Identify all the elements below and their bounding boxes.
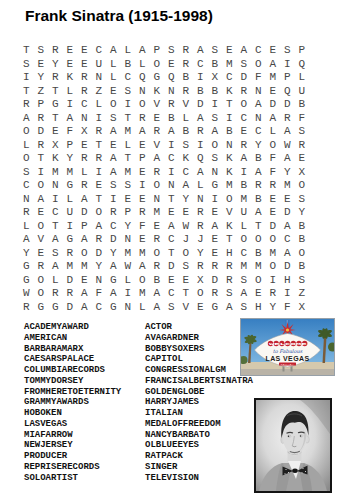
grid-cell: I — [237, 166, 252, 180]
grid-cell: E — [164, 206, 179, 220]
grid-cell: A — [193, 112, 208, 126]
grid-cell: V — [150, 139, 165, 153]
grid-cell: P — [63, 139, 78, 153]
grid-cell: I — [34, 166, 49, 180]
grid-cell: T — [92, 139, 107, 153]
grid-cell: R — [280, 112, 295, 126]
grid-cell: R — [34, 260, 49, 274]
grid-cell: T — [48, 85, 63, 99]
grid-cell: F — [63, 125, 78, 139]
grid-cell: A — [208, 125, 223, 139]
word-list-item: BOBBYSOXERS — [145, 344, 253, 355]
grid-cell: C — [251, 44, 266, 58]
grid-cell: C — [193, 58, 208, 72]
grid-cell: L — [48, 274, 63, 288]
grid-cell: Y — [251, 139, 266, 153]
grid-cell: D — [164, 260, 179, 274]
grid-cell: L — [295, 71, 310, 85]
grid-cell: C — [237, 247, 252, 261]
grid-cell: A — [106, 287, 121, 301]
grid-cell: O — [251, 274, 266, 288]
grid-cell: L — [19, 220, 34, 234]
grid-cell: M — [266, 247, 281, 261]
grid-cell: T — [164, 247, 179, 261]
grid-cell: E — [92, 179, 107, 193]
grid-cell: V — [34, 233, 49, 247]
grid-cell: G — [208, 301, 223, 315]
grid-cell: B — [222, 125, 237, 139]
grid-cell: O — [92, 206, 107, 220]
grid-cell: C — [222, 71, 237, 85]
grid-cell: Q — [280, 85, 295, 99]
word-list-item: NEWJERSEY — [24, 440, 121, 451]
grid-cell: R — [77, 71, 92, 85]
grid-cell: A — [34, 193, 49, 207]
grid-cell: D — [77, 206, 92, 220]
grid-cell: Y — [193, 247, 208, 261]
grid-cell: N — [121, 301, 136, 315]
grid-cell: F — [280, 301, 295, 315]
grid-cell: B — [251, 247, 266, 261]
grid-cell: E — [164, 274, 179, 288]
grid-cell: A — [193, 44, 208, 58]
grid-cell: S — [222, 287, 237, 301]
grid-cell: Y — [266, 301, 281, 315]
grid-cell: O — [222, 193, 237, 207]
grid-cell: G — [208, 179, 223, 193]
word-list-item: FROMHERETOETERNITY — [24, 387, 121, 398]
grid-cell: A — [77, 287, 92, 301]
grid-cell: F — [266, 166, 281, 180]
grid-cell: L — [179, 112, 194, 126]
grid-cell: N — [135, 85, 150, 99]
grid-cell: C — [121, 71, 136, 85]
grid-cell: R — [266, 179, 281, 193]
grid-cell: R — [77, 152, 92, 166]
grid-cell: O — [208, 139, 223, 153]
grid-cell: B — [208, 85, 223, 99]
grid-cell: E — [266, 44, 281, 58]
word-list-item: TOMMYDORSEY — [24, 376, 121, 387]
grid-cell: S — [106, 112, 121, 126]
grid-cell: R — [266, 287, 281, 301]
grid-cell: S — [295, 193, 310, 207]
grid-cell: K — [222, 220, 237, 234]
grid-cell: R — [135, 206, 150, 220]
grid-cell: S — [34, 44, 49, 58]
grid-cell: O — [150, 247, 165, 261]
grid-cell: M — [237, 260, 252, 274]
grid-cell: L — [106, 58, 121, 72]
grid-cell: E — [135, 139, 150, 153]
grid-cell: E — [135, 193, 150, 207]
grid-cell: A — [77, 233, 92, 247]
grid-cell: E — [295, 152, 310, 166]
grid-cell: R — [150, 166, 165, 180]
grid-cell: E — [34, 247, 49, 261]
grid-cell: Y — [280, 166, 295, 180]
grid-cell: O — [150, 58, 165, 72]
grid-cell: X — [295, 166, 310, 180]
grid-cell: A — [251, 166, 266, 180]
grid-cell: F — [251, 71, 266, 85]
grid-cell: R — [237, 139, 252, 153]
grid-cell: C — [92, 44, 107, 58]
grid-cell: R — [150, 233, 165, 247]
grid-cell: S — [237, 58, 252, 72]
word-list-item: CAESARSPALACE — [24, 354, 121, 365]
grid-cell: S — [237, 301, 252, 315]
grid-cell: U — [63, 206, 78, 220]
word-list-item: REPRISERECORDS — [24, 462, 121, 473]
grid-cell: F — [266, 152, 281, 166]
grid-cell: E — [266, 193, 281, 207]
grid-cell: R — [150, 260, 165, 274]
grid-cell: E — [193, 301, 208, 315]
grid-cell: O — [266, 260, 281, 274]
grid-cell: K — [222, 166, 237, 180]
grid-cell: R — [208, 260, 223, 274]
grid-cell: K — [222, 85, 237, 99]
grid-cell: I — [280, 58, 295, 72]
grid-cell: S — [121, 179, 136, 193]
word-list-item: OLBLUEEYES — [145, 440, 253, 451]
grid-cell: O — [295, 247, 310, 261]
grid-cell: E — [222, 44, 237, 58]
grid-cell: N — [48, 179, 63, 193]
grid-cell: R — [150, 125, 165, 139]
grid-cell: R — [135, 112, 150, 126]
grid-cell: I — [280, 287, 295, 301]
grid-cell: S — [208, 112, 223, 126]
grid-cell: A — [135, 125, 150, 139]
grid-cell: E — [179, 206, 194, 220]
grid-cell: A — [208, 220, 223, 234]
grid-cell: M — [121, 247, 136, 261]
grid-cell: Y — [19, 247, 34, 261]
grid-cell: O — [266, 233, 281, 247]
word-list-item: SOLOARTIST — [24, 473, 121, 484]
page-title: Frank Sinatra (1915-1998) — [25, 7, 213, 25]
grid-cell: O — [266, 139, 281, 153]
grid-cell: S — [208, 44, 223, 58]
grid-cell: O — [251, 233, 266, 247]
grid-cell: B — [193, 85, 208, 99]
grid-cell: I — [121, 98, 136, 112]
grid-cell: L — [266, 125, 281, 139]
grid-cell: A — [63, 112, 78, 126]
grid-cell: E — [135, 166, 150, 180]
grid-cell: R — [77, 179, 92, 193]
grid-cell: E — [208, 247, 223, 261]
grid-cell: B — [295, 260, 310, 274]
grid-cell: C — [164, 152, 179, 166]
word-list-item: ACTOR — [145, 322, 253, 333]
grid-cell: M — [150, 206, 165, 220]
grid-cell: U — [237, 206, 252, 220]
grid-cell: T — [222, 98, 237, 112]
grid-cell: A — [77, 193, 92, 207]
grid-cell: S — [295, 125, 310, 139]
grid-cell: O — [179, 247, 194, 261]
grid-cell: C — [251, 125, 266, 139]
grid-cell: E — [208, 206, 223, 220]
grid-cell: N — [19, 193, 34, 207]
grid-cell: W — [121, 260, 136, 274]
grid-cell: A — [237, 152, 252, 166]
grid-cell: N — [251, 85, 266, 99]
grid-cell: I — [63, 98, 78, 112]
grid-cell: I — [121, 287, 136, 301]
grid-cell: E — [77, 139, 92, 153]
grid-cell: E — [106, 85, 121, 99]
grid-cell: C — [92, 301, 107, 315]
word-list-item: CAPITOL — [145, 354, 253, 365]
grid-cell: M — [63, 166, 78, 180]
grid-cell: R — [164, 98, 179, 112]
grid-cell: W — [179, 220, 194, 234]
grid-cell: Y — [48, 58, 63, 72]
grid-cell: E — [266, 85, 281, 99]
grid-cell: X — [48, 139, 63, 153]
grid-cell: I — [164, 139, 179, 153]
grid-cell: A — [106, 125, 121, 139]
grid-cell: A — [106, 44, 121, 58]
grid-cell: E — [77, 58, 92, 72]
grid-cell: D — [92, 247, 107, 261]
grid-cell: A — [48, 260, 63, 274]
grid-cell: N — [222, 139, 237, 153]
grid-cell: G — [19, 260, 34, 274]
grid-cell: A — [135, 44, 150, 58]
grid-cell: Y — [34, 71, 49, 85]
grid-cell: R — [295, 139, 310, 153]
grid-cell: I — [222, 112, 237, 126]
grid-cell: G — [63, 233, 78, 247]
grid-cell: A — [92, 220, 107, 234]
grid-cell: E — [266, 206, 281, 220]
grid-cell: I — [266, 274, 281, 288]
grid-cell: M — [121, 125, 136, 139]
grid-cell: E — [106, 139, 121, 153]
grid-cell: I — [193, 139, 208, 153]
grid-cell: R — [48, 287, 63, 301]
grid-cell: A — [237, 44, 252, 58]
grid-cell: O — [34, 220, 49, 234]
grid-cell: Z — [295, 287, 310, 301]
grid-cell: F — [295, 112, 310, 126]
grid-cell: O — [295, 179, 310, 193]
grid-cell: S — [19, 58, 34, 72]
grid-cell: M — [251, 260, 266, 274]
grid-cell: S — [121, 85, 136, 99]
grid-cell: T — [121, 112, 136, 126]
grid-cell: I — [208, 98, 223, 112]
grid-cell: C — [280, 233, 295, 247]
grid-cell: S — [164, 301, 179, 315]
grid-cell: W — [19, 287, 34, 301]
grid-cell: A — [106, 152, 121, 166]
grid-cell: N — [150, 193, 165, 207]
word-search-grid: TSREECALAPSRASEACESPSEYEEULBLOERCBMSOAIQ… — [19, 44, 309, 314]
grid-cell: A — [150, 287, 165, 301]
grid-cell: A — [251, 206, 266, 220]
grid-cell: G — [34, 301, 49, 315]
grid-cell: U — [295, 85, 310, 99]
grid-cell: E — [77, 274, 92, 288]
grid-cell: O — [193, 287, 208, 301]
grid-cell: M — [280, 179, 295, 193]
grid-cell: R — [193, 220, 208, 234]
grid-cell: R — [92, 233, 107, 247]
grid-cell: Q — [295, 58, 310, 72]
word-list-item: ITALIAN — [145, 408, 253, 419]
grid-cell: A — [48, 233, 63, 247]
grid-cell: I — [135, 179, 150, 193]
grid-cell: H — [251, 301, 266, 315]
grid-cell: D — [280, 98, 295, 112]
grid-cell: A — [106, 260, 121, 274]
grid-cell: L — [63, 85, 78, 99]
grid-cell: X — [193, 274, 208, 288]
word-list-item: TELEVISION — [145, 473, 253, 484]
grid-cell: E — [77, 44, 92, 58]
grid-cell: M — [63, 260, 78, 274]
grid-cell: T — [48, 112, 63, 126]
grid-cell: V — [179, 98, 194, 112]
grid-cell: T — [19, 44, 34, 58]
grid-cell: C — [48, 206, 63, 220]
grid-cell: I — [48, 193, 63, 207]
grid-cell: S — [164, 44, 179, 58]
grid-cell: E — [121, 193, 136, 207]
grid-cell: E — [179, 274, 194, 288]
word-list-item: AMERICAN — [24, 333, 121, 344]
grid-cell: T — [251, 220, 266, 234]
grid-cell: O — [251, 58, 266, 72]
word-list-item: BARBARAMARX — [24, 344, 121, 355]
grid-cell: D — [106, 233, 121, 247]
word-list-item: GOLDENGLOBE — [145, 387, 253, 398]
grid-cell: F — [135, 220, 150, 234]
grid-cell: K — [222, 152, 237, 166]
word-list-item: NANCYBARBATO — [145, 430, 253, 441]
word-list-item: GRAMMYAWARDS — [24, 397, 121, 408]
grid-cell: B — [121, 58, 136, 72]
grid-cell: M — [121, 166, 136, 180]
word-list-item: MIAFARROW — [24, 430, 121, 441]
grid-cell: E — [237, 125, 252, 139]
grid-cell: O — [237, 98, 252, 112]
grid-cell: L — [135, 301, 150, 315]
grid-cell: B — [295, 98, 310, 112]
grid-cell: A — [150, 301, 165, 315]
las-vegas-sign-photo: WELCOME to Fabulous LAS VEGAS NEVADA — [240, 318, 335, 376]
sign-lasvegas-text: LAS VEGAS — [265, 355, 309, 362]
grid-cell: F — [92, 287, 107, 301]
grid-cell: Z — [92, 85, 107, 99]
grid-cell: L — [106, 71, 121, 85]
grid-cell: I — [208, 193, 223, 207]
grid-cell: X — [77, 125, 92, 139]
grid-cell: N — [164, 85, 179, 99]
grid-cell: Z — [34, 85, 49, 99]
grid-cell: C — [179, 166, 194, 180]
grid-cell: R — [179, 44, 194, 58]
grid-cell: I — [164, 166, 179, 180]
grid-cell: M — [77, 260, 92, 274]
word-list-item: RATPACK — [145, 451, 253, 462]
grid-cell: R — [193, 125, 208, 139]
grid-cell: N — [121, 233, 136, 247]
grid-cell: T — [92, 193, 107, 207]
worksheet-page: Frank Sinatra (1915-1998) TSREECALAPSRAS… — [0, 0, 353, 500]
grid-cell: M — [48, 166, 63, 180]
grid-cell: B — [295, 220, 310, 234]
grid-cell: B — [179, 71, 194, 85]
grid-cell: D — [208, 274, 223, 288]
grid-cell: E — [251, 287, 266, 301]
grid-cell: B — [179, 125, 194, 139]
grid-cell: A — [280, 152, 295, 166]
grid-cell: Y — [179, 193, 194, 207]
grid-cell: B — [251, 193, 266, 207]
grid-cell: S — [19, 166, 34, 180]
grid-cell: L — [63, 193, 78, 207]
grid-cell: B — [295, 233, 310, 247]
grid-cell: A — [266, 112, 281, 126]
grid-cell: A — [280, 125, 295, 139]
grid-cell: O — [34, 179, 49, 193]
grid-cell: M — [237, 193, 252, 207]
grid-cell: A — [237, 287, 252, 301]
grid-cell: A — [280, 247, 295, 261]
grid-cell: R — [48, 44, 63, 58]
word-list-item: MEDALOFFREEDOM — [145, 419, 253, 430]
grid-cell: M — [222, 179, 237, 193]
grid-cell: R — [92, 125, 107, 139]
grid-cell: R — [106, 206, 121, 220]
grid-cell: B — [251, 152, 266, 166]
grid-cell: E — [135, 233, 150, 247]
grid-cell: M — [135, 287, 150, 301]
grid-cell: I — [193, 71, 208, 85]
sign-nevada-text: NEVADA — [281, 363, 294, 365]
grid-cell: G — [106, 301, 121, 315]
grid-cell: R — [19, 301, 34, 315]
word-list-item: HARRYJAMES — [145, 397, 253, 408]
grid-cell: U — [92, 58, 107, 72]
grid-cell: M — [135, 247, 150, 261]
grid-cell: R — [251, 179, 266, 193]
grid-cell: E — [164, 58, 179, 72]
grid-cell: P — [280, 71, 295, 85]
grid-cell: X — [208, 71, 223, 85]
grid-cell: R — [63, 247, 78, 261]
sign-welcome-text: WELCOME — [269, 342, 307, 346]
grid-cell: O — [19, 125, 34, 139]
word-list-item: ACADEMYAWARD — [24, 322, 121, 333]
grid-cell: A — [77, 301, 92, 315]
grid-cell: T — [222, 233, 237, 247]
frank-sinatra-photo — [254, 398, 332, 493]
grid-cell: B — [150, 274, 165, 288]
grid-cell: R — [179, 85, 194, 99]
grid-cell: D — [280, 206, 295, 220]
grid-cell: N — [92, 71, 107, 85]
grid-cell: E — [208, 233, 223, 247]
grid-cell: S — [179, 260, 194, 274]
